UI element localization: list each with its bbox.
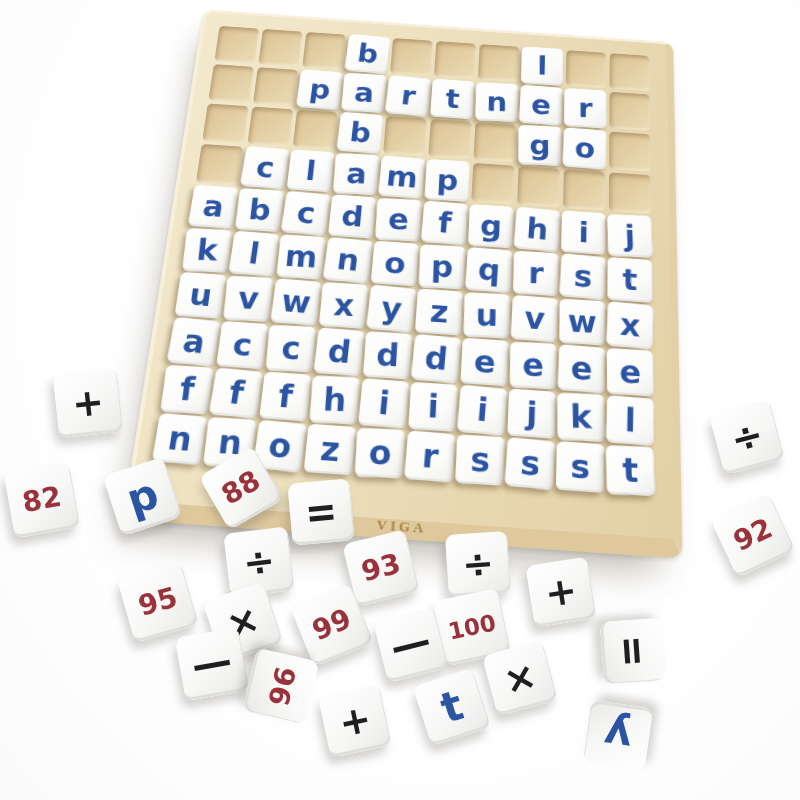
letter-tile-r-r1c8[interactable]: r <box>564 88 607 128</box>
board-cell-r7c4: d <box>362 330 414 381</box>
board-cell-r6c3: x <box>318 281 370 330</box>
board-cell-r3c9 <box>607 171 653 216</box>
board-cell-r1c8: r <box>563 87 608 130</box>
letter-tile-r-r5c7[interactable]: r <box>513 251 559 296</box>
letter-tile-r-r9c5[interactable]: r <box>404 430 456 482</box>
letter-tile-b-r4c1[interactable]: b <box>235 188 284 232</box>
letter-glyph: t <box>436 684 468 730</box>
board-cell-r2c8: o <box>562 127 607 171</box>
symbol-glyph: − <box>185 638 240 689</box>
symbol-glyph: − <box>383 618 440 672</box>
number-glyph: 88 <box>217 466 265 510</box>
letter-tile-f-r8c2[interactable]: f <box>259 371 311 421</box>
letter-tile-f-r8c0[interactable]: f <box>160 365 213 414</box>
symbol-glyph: ÷ <box>727 415 768 460</box>
letter-tile-w-r6c2[interactable]: w <box>270 278 321 326</box>
board-cell-r3c3: a <box>331 152 381 197</box>
letter-tile-c-r3c1[interactable]: c <box>240 146 290 190</box>
board-cell-r5c4: o <box>370 240 420 288</box>
cell-recess <box>383 116 427 156</box>
letter-tile-d-r7c3[interactable]: d <box>314 327 365 376</box>
letter-tile-n-r5c3[interactable]: n <box>323 237 373 284</box>
letter-tile-u-r6c0[interactable]: u <box>175 272 227 319</box>
board-cell-r5c7: r <box>512 249 560 297</box>
letter-tile-l-r0c7[interactable]: l <box>521 47 563 86</box>
symbol-glyph: ÷ <box>461 544 495 584</box>
letter-tile-a-r1c3[interactable]: a <box>341 73 386 113</box>
board-cell-r9c0: n <box>151 412 208 466</box>
cell-recess <box>473 122 516 162</box>
letter-tile-t-r9c9[interactable]: t <box>606 445 656 495</box>
board-cell-r0c9 <box>608 51 652 93</box>
cell-recess <box>517 166 560 207</box>
board-cell-r7c2: c <box>264 323 318 374</box>
board-cell-r5c2: m <box>275 233 327 281</box>
letter-tile-c-r4c2[interactable]: c <box>281 190 331 236</box>
loose-tile-symbol-÷[interactable]: ÷ <box>709 399 785 475</box>
loose-tile-symbol-−[interactable]: − <box>175 627 249 701</box>
letter-tile-f-r4c5[interactable]: f <box>421 200 469 245</box>
letter-tile-o-r2c8[interactable]: o <box>563 127 607 170</box>
letter-tile-s-r5c8[interactable]: s <box>559 253 606 300</box>
board-cell-r4c8: i <box>560 209 607 256</box>
board-cell-r6c7: v <box>510 294 559 343</box>
board-cell-r8c5: i <box>407 381 459 433</box>
board-cell-r2c4 <box>381 114 429 158</box>
board-cell-r0c3: b <box>344 33 391 74</box>
letter-tile-e-r4c4[interactable]: e <box>375 198 421 241</box>
board-cell-r5c8: s <box>559 253 607 301</box>
loose-tile-symbol-+[interactable]: + <box>53 368 123 438</box>
board-cell-r1c3: a <box>340 72 388 115</box>
board-cell-r0c6 <box>476 42 521 83</box>
letter-tile-h-r8c3[interactable]: h <box>310 376 360 424</box>
letter-tile-p-r3c5[interactable]: p <box>425 159 470 202</box>
board-cell-r4c5: f <box>420 200 469 246</box>
letter-tile-x-r6c9[interactable]: x <box>606 301 653 350</box>
cell-recess <box>434 41 476 79</box>
letter-tile-k-r5c0[interactable]: k <box>182 228 232 272</box>
product-photo-stage: blpartnerbgoclampabcdefghijklmnopqrstuvw… <box>0 0 800 800</box>
cell-recess <box>258 29 302 67</box>
board-cell-r8c2: f <box>258 370 313 422</box>
cell-recess <box>202 103 248 143</box>
board-cell-r2c6 <box>471 120 518 164</box>
board-cell-r1c9 <box>607 90 652 133</box>
letter-tile-o-r9c4[interactable]: o <box>355 428 405 478</box>
letter-tile-d-r7c5[interactable]: d <box>411 334 462 384</box>
letter-tile-i-r4c8[interactable]: i <box>561 210 606 255</box>
board-cell-r4c1: b <box>234 187 286 233</box>
loose-tile-number-96[interactable]: 96 <box>243 648 320 725</box>
board-cell-r6c6: u <box>462 291 512 340</box>
loose-tile-symbol-+[interactable]: + <box>318 684 392 758</box>
letter-tile-h-r4c7[interactable]: h <box>514 207 561 253</box>
board-cell-r9c9: t <box>605 443 655 497</box>
letter-tile-p-r5c5[interactable]: p <box>419 245 465 289</box>
board-cell-r3c2: l <box>286 148 336 193</box>
board-cell-r1c6: n <box>474 81 520 124</box>
board-cell-r2c9 <box>607 130 652 174</box>
letter-tile-c-r7c1[interactable]: c <box>216 321 268 369</box>
board-cell-r3c7 <box>515 164 562 209</box>
letter-tile-l-r8c9[interactable]: l <box>606 395 654 446</box>
board-cell-r6c4: y <box>366 284 417 333</box>
cell-recess <box>610 53 650 91</box>
loose-tile-symbol-+[interactable]: + <box>526 557 597 628</box>
letter-tile-g-r4c6[interactable]: g <box>468 204 513 248</box>
letter-tile-a-r4c0[interactable]: a <box>188 184 239 229</box>
letter-tile-s-r9c7[interactable]: s <box>505 437 556 490</box>
loose-tile-symbol-=[interactable]: = <box>287 478 354 545</box>
letter-tile-f-r8c1[interactable]: f <box>209 367 264 418</box>
board-cell-r4c2: c <box>280 190 331 236</box>
letter-tile-g-r2c7[interactable]: g <box>518 125 561 166</box>
board-cell-r6c0: u <box>173 271 227 320</box>
board-cell-r1c1 <box>251 65 300 107</box>
symbol-glyph: × <box>500 656 541 701</box>
symbol-glyph: + <box>542 571 579 614</box>
board-cell-r8c4: i <box>357 377 410 429</box>
letter-tile-d-r7c4[interactable]: d <box>363 331 412 379</box>
cell-recess <box>302 32 346 70</box>
board-cell-r6c8: w <box>558 297 606 346</box>
letter-tile-i-r8c4[interactable]: i <box>358 378 410 429</box>
loose-tile-symbol-÷[interactable]: ÷ <box>445 531 511 597</box>
board-cell-r4c7: h <box>513 206 561 253</box>
letter-tile-b-r2c3[interactable]: b <box>336 112 383 154</box>
letter-tile-j-r8c7[interactable]: j <box>507 389 556 439</box>
board-cell-r4c9: j <box>607 213 654 260</box>
cell-recess <box>563 169 605 210</box>
loose-tile-letter-y[interactable]: y <box>583 700 653 770</box>
cell-recess <box>253 67 298 106</box>
board-cell-r8c9: l <box>605 394 655 447</box>
board-cell-r3c8 <box>561 167 607 212</box>
cell-recess <box>609 92 650 131</box>
board-cell-r7c8: e <box>557 343 606 394</box>
letter-tile-t-r5c9[interactable]: t <box>607 257 652 303</box>
board-cell-r7c6: e <box>459 337 510 388</box>
board-cell-r6c9: x <box>606 301 654 350</box>
board-cell-r4c3: d <box>327 193 377 239</box>
letter-tile-m-r3c4[interactable]: m <box>378 155 426 199</box>
letter-tile-u-r6c6[interactable]: u <box>464 292 510 338</box>
board-cell-r1c0 <box>206 62 256 104</box>
board-cell-r2c7: g <box>517 123 563 167</box>
board-cell-r7c3: d <box>313 327 366 378</box>
board-cell-r9c3: z <box>302 423 357 477</box>
board-cell-r7c1: c <box>215 320 270 371</box>
board-cell-r1c2: p <box>295 68 344 110</box>
cell-recess <box>478 44 520 82</box>
board-cell-r5c1: l <box>228 230 281 278</box>
letter-tile-b-r0c3[interactable]: b <box>344 34 391 75</box>
letter-tile-e-r7c6[interactable]: e <box>460 338 509 387</box>
letter-tile-c-r7c2[interactable]: c <box>266 325 316 372</box>
board-cell-r1c5: t <box>429 78 476 121</box>
board-cell-r5c3: n <box>322 236 373 284</box>
letter-tile-a-r7c0[interactable]: a <box>167 317 221 367</box>
board-cell-r3c4: m <box>377 155 426 200</box>
loose-tile-letter-t[interactable]: t <box>413 668 491 746</box>
letter-tile-e-r7c7[interactable]: e <box>510 342 557 389</box>
board-cell-r2c5 <box>426 117 473 161</box>
board-cell-r7c0: a <box>166 316 221 366</box>
letter-tile-s-r9c6[interactable]: s <box>455 435 504 486</box>
cell-recess <box>428 119 471 159</box>
cell-recess <box>566 50 606 88</box>
letter-tile-z-r9c3[interactable]: z <box>304 424 357 476</box>
letter-tile-e-r1c7[interactable]: e <box>519 84 563 125</box>
letter-tile-w-r6c8[interactable]: w <box>559 299 605 346</box>
cell-recess <box>609 132 650 172</box>
board-cell-r7c9: e <box>606 347 655 398</box>
number-glyph: 93 <box>359 550 404 587</box>
loose-tile-number-82[interactable]: 82 <box>4 462 80 538</box>
board-cell-r0c7: l <box>520 45 565 87</box>
number-glyph: 92 <box>729 514 776 556</box>
board-cell-r6c1: v <box>221 274 275 323</box>
letter-tile-l-r3c2[interactable]: l <box>287 149 335 192</box>
board-cell-r0c8 <box>564 48 608 90</box>
number-glyph: 96 <box>263 664 299 708</box>
letter-tile-p-r1c2[interactable]: p <box>296 69 343 110</box>
board-cell-r5c9: t <box>606 256 653 304</box>
board-cell-r8c7: j <box>506 387 557 439</box>
letter-tile-n-r9c0[interactable]: n <box>152 413 208 465</box>
board-cell-r9c7: s <box>504 436 556 490</box>
board-cell-r2c2 <box>291 108 340 152</box>
board-cell-r4c4: e <box>374 197 424 243</box>
cell-recess <box>471 163 514 204</box>
board-cell-r0c2 <box>300 30 348 71</box>
letter-tile-v-r6c1[interactable]: v <box>223 276 273 322</box>
number-glyph: 95 <box>135 583 180 621</box>
symbol-glyph: + <box>335 699 374 743</box>
board-cell-r9c5: r <box>403 430 456 484</box>
letter-glyph: y <box>602 712 635 757</box>
board-cell-r9c6: s <box>454 433 506 487</box>
letter-tile-e-r7c9[interactable]: e <box>607 348 654 396</box>
cell-recess <box>609 172 651 213</box>
letter-tile-v-r6c7[interactable]: v <box>511 295 559 343</box>
letter-tile-o-r5c4[interactable]: o <box>371 241 419 287</box>
letter-tile-i-r8c5[interactable]: i <box>408 382 457 431</box>
board-cell-r3c5: p <box>423 158 471 203</box>
letter-glyph: p <box>121 471 163 520</box>
number-glyph: 99 <box>309 605 356 646</box>
symbol-glyph: = <box>303 489 339 535</box>
board-cell-r5c5: p <box>417 243 467 291</box>
board-cell-r9c4: o <box>353 426 407 480</box>
symbol-glyph: ÷ <box>241 541 277 583</box>
loose-tile-symbol-=[interactable]: = <box>600 618 666 684</box>
letter-tile-l-r5c1[interactable]: l <box>229 231 280 277</box>
board-cell-r5c6: q <box>464 246 513 294</box>
board-cell-r8c6: i <box>457 384 509 436</box>
loose-tile-number-92[interactable]: 92 <box>710 492 795 577</box>
board-cell-r0c0 <box>212 24 261 65</box>
letter-tile-m-r5c2[interactable]: m <box>277 234 326 279</box>
board-cell-r3c1: c <box>240 145 291 190</box>
letter-tile-q-r5c6[interactable]: q <box>465 247 513 293</box>
cell-recess <box>214 26 259 64</box>
letter-tile-t-r1c5[interactable]: t <box>430 79 475 120</box>
letter-tile-x-r6c3[interactable]: x <box>319 282 368 328</box>
letter-tile-n-r1c6[interactable]: n <box>475 82 518 122</box>
letter-tile-z-r6c5[interactable]: z <box>415 288 463 335</box>
board-cell-r8c3: h <box>308 374 362 426</box>
board-cell-r6c5: z <box>414 287 465 336</box>
board-cell-r8c0: f <box>159 364 215 416</box>
board-cell-r0c1 <box>256 27 305 68</box>
cell-recess <box>196 144 243 185</box>
number-glyph: 82 <box>20 483 63 517</box>
symbol-glyph: + <box>70 382 106 423</box>
board-cell-r0c4 <box>388 36 435 77</box>
symbol-glyph: = <box>610 634 656 669</box>
cell-recess <box>208 64 254 103</box>
board-cell-r8c8: k <box>556 391 606 444</box>
letter-tile-k-r8c8[interactable]: k <box>557 393 605 442</box>
board-cell-r2c0 <box>200 102 251 146</box>
board-cell-r8c1: f <box>208 367 263 419</box>
board-cell-r3c6 <box>469 161 517 206</box>
board-cell-r1c4: r <box>385 75 432 118</box>
letter-tile-a-r3c3[interactable]: a <box>333 153 379 195</box>
letter-tile-s-r9c8[interactable]: s <box>556 441 605 493</box>
board-cell-r4c0: a <box>187 184 239 230</box>
board-cell-r1c7: e <box>518 84 563 127</box>
board-cell-r9c8: s <box>555 440 606 494</box>
board-cell-r3c0 <box>194 142 246 187</box>
board-cell-r0c5 <box>432 39 478 80</box>
board-cell-r7c7: e <box>508 340 558 391</box>
board-cell-r2c3: b <box>336 111 385 155</box>
board-cell-r4c6: g <box>467 203 515 249</box>
letter-tile-d-r4c3[interactable]: d <box>328 194 376 238</box>
cell-recess <box>390 38 433 76</box>
loose-tile-number-95[interactable]: 95 <box>117 561 199 643</box>
letter-tile-y-r6c4[interactable]: y <box>366 284 417 332</box>
board-cell-r2c1 <box>245 105 295 149</box>
letter-tile-i-r8c6[interactable]: i <box>457 384 508 436</box>
letter-tile-e-r7c8[interactable]: e <box>558 344 606 393</box>
board-cell-r6c2: w <box>270 277 323 326</box>
number-glyph: 100 <box>446 611 498 643</box>
letter-tile-r-r1c4[interactable]: r <box>385 75 432 117</box>
letter-board-grid: blpartnerbgoclampabcdefghijklmnopqrstuvw… <box>151 24 655 497</box>
board-cell-r7c5: d <box>410 333 461 384</box>
letter-tile-j-r4c9[interactable]: j <box>607 214 653 257</box>
board-cell-r5c0: k <box>180 227 233 275</box>
cell-recess <box>247 107 293 147</box>
cell-recess <box>293 110 338 150</box>
